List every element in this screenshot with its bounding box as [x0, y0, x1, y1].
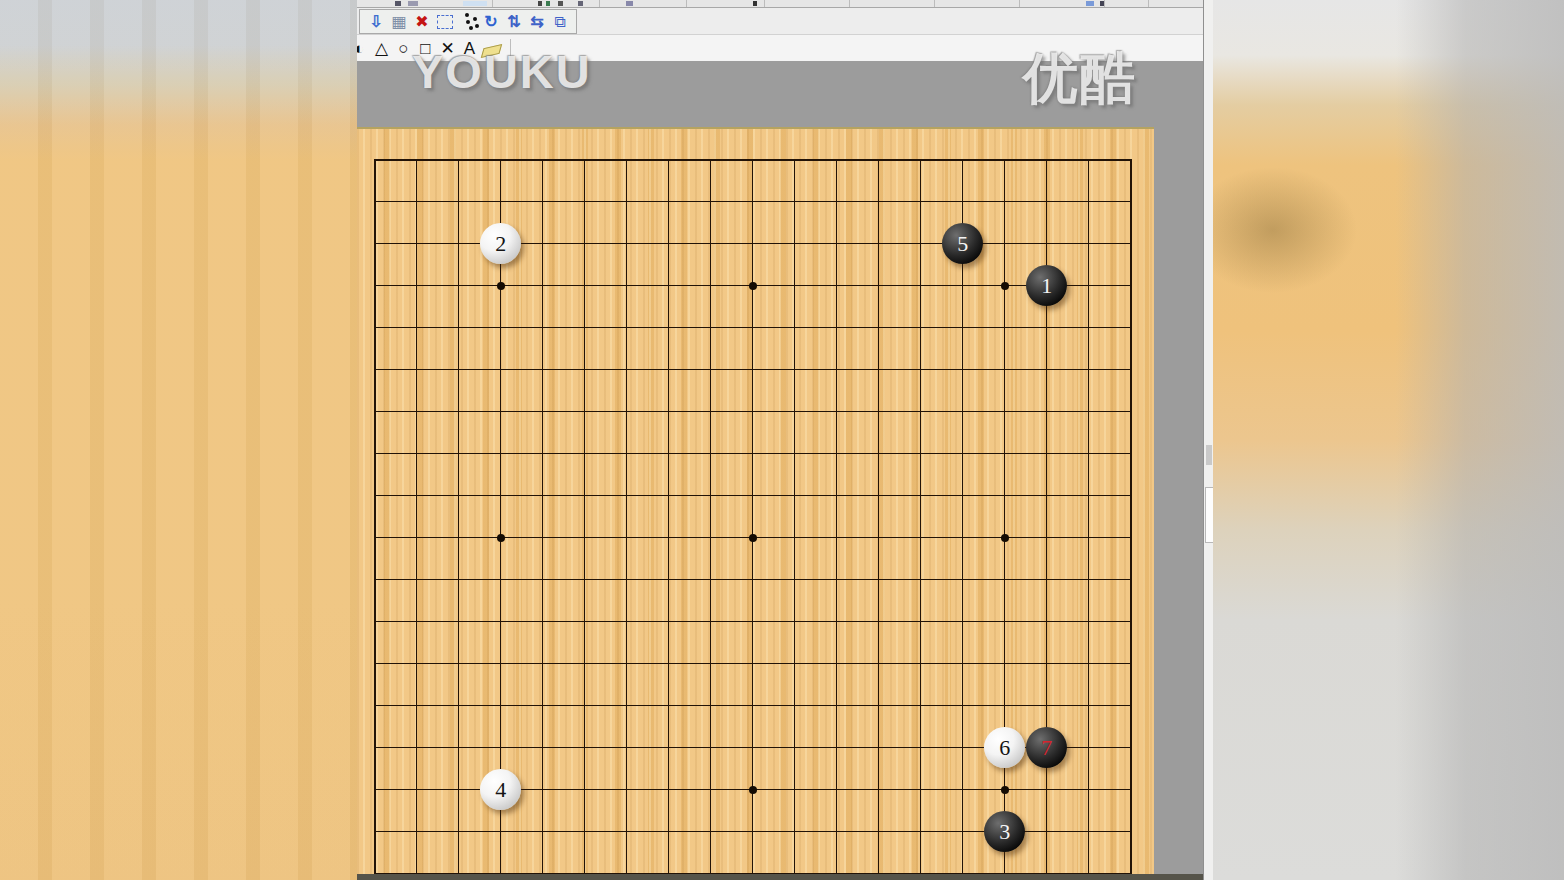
black-stone-move-3[interactable]: 3	[984, 811, 1025, 852]
grid-line-horizontal	[374, 579, 1132, 581]
grid-line-vertical	[794, 159, 796, 880]
move-number: 2	[495, 231, 506, 257]
flip-vertical-icon[interactable]: ⇅	[505, 12, 524, 31]
grid-line-vertical	[374, 159, 376, 880]
menu-fragment	[753, 1, 757, 6]
move-number: 6	[999, 735, 1010, 761]
grid-line-horizontal	[374, 663, 1132, 665]
menu-separator	[599, 0, 600, 7]
menu-separator	[1104, 0, 1105, 7]
grid-line-vertical	[584, 159, 586, 880]
menu-fragment	[626, 1, 633, 6]
cascade-windows-icon[interactable]: ⧉	[551, 12, 570, 31]
stone-tool-icon[interactable]: ◐	[357, 39, 369, 58]
menu-separator	[934, 0, 935, 7]
menu-separator	[1148, 0, 1149, 7]
board-background: 1234567	[357, 61, 1203, 874]
bottom-shadow-strip	[357, 874, 1203, 880]
go-board[interactable]: 1234567	[357, 127, 1154, 880]
triangle-tool-icon[interactable]: △	[372, 39, 391, 58]
move-number: 7	[1041, 735, 1052, 761]
menu-fragment	[578, 1, 583, 6]
menu-fragment	[463, 1, 487, 6]
black-stone-move-5[interactable]: 5	[942, 223, 983, 264]
menu-fragment	[558, 1, 563, 6]
grid-line-vertical	[710, 159, 712, 880]
grid-line-vertical	[962, 159, 964, 880]
watermark-youku-cjk: 优酷	[1023, 42, 1137, 116]
move-number: 3	[999, 819, 1010, 845]
menu-fragment	[395, 1, 401, 6]
white-stone-move-2[interactable]: 2	[480, 223, 521, 264]
circle-tool-icon[interactable]: ○	[394, 39, 413, 58]
star-point	[749, 534, 757, 542]
menu-separator	[764, 0, 765, 7]
move-number: 4	[495, 777, 506, 803]
blurred-background-right	[1213, 0, 1564, 880]
game-record-icon[interactable]: ▦	[390, 12, 409, 31]
blurred-background-left	[0, 0, 357, 880]
white-stone-move-4[interactable]: 4	[480, 769, 521, 810]
menu-separator	[1019, 0, 1020, 7]
menu-fragment	[1086, 1, 1094, 6]
window-right-edge	[1203, 0, 1213, 880]
scatter-stones-icon[interactable]	[459, 12, 478, 31]
move-number: 1	[1041, 273, 1052, 299]
black-stone-move-7[interactable]: 7	[1026, 727, 1067, 768]
scrollbar-mark	[1206, 445, 1212, 465]
move-number: 5	[957, 231, 968, 257]
menu-separator	[492, 0, 493, 7]
main-toolbar-group: ⇩▦✖↻⇅⇆⧉	[359, 9, 577, 34]
white-stone-move-6[interactable]: 6	[984, 727, 1025, 768]
grid-line-vertical	[920, 159, 922, 880]
menu-fragment	[538, 1, 542, 6]
star-point	[497, 534, 505, 542]
navigate-down-icon[interactable]: ⇩	[367, 12, 386, 31]
menu-fragment	[408, 1, 418, 6]
rotate-icon[interactable]: ↻	[482, 12, 501, 31]
clipped-menu-strip	[357, 0, 1203, 8]
grid-line-vertical	[416, 159, 418, 880]
grid-line-vertical	[542, 159, 544, 880]
select-region-icon[interactable]	[436, 12, 455, 31]
star-point	[1001, 786, 1009, 794]
grid-line-vertical	[878, 159, 880, 880]
black-stone-move-1[interactable]: 1	[1026, 265, 1067, 306]
star-point	[497, 282, 505, 290]
menu-separator	[686, 0, 687, 7]
grid-line-vertical	[1004, 159, 1006, 880]
grid-line-vertical	[836, 159, 838, 880]
main-toolbar: ⇩▦✖↻⇅⇆⧉	[357, 8, 1203, 34]
menu-fragment	[546, 1, 550, 6]
grid-line-horizontal	[374, 621, 1132, 623]
grid-line-vertical	[1088, 159, 1090, 880]
delete-icon[interactable]: ✖	[413, 12, 432, 31]
swap-horizontal-icon[interactable]: ⇆	[528, 12, 547, 31]
go-application-window: ⇩▦✖↻⇅⇆⧉ ◐△○□✕A 1234567 YOUKU 优酷	[357, 0, 1213, 880]
grid-line-horizontal	[374, 705, 1132, 707]
star-point	[1001, 282, 1009, 290]
grid-line-vertical	[668, 159, 670, 880]
grid-line-vertical	[1130, 159, 1132, 880]
grid-line-vertical	[626, 159, 628, 880]
scatter-stones-icon	[466, 20, 470, 24]
star-point	[749, 786, 757, 794]
watermark-youku-latin: YOUKU	[412, 44, 592, 99]
star-point	[1001, 534, 1009, 542]
select-region-icon	[437, 15, 453, 29]
grid-line-vertical	[752, 159, 754, 880]
scrollbar-thumb[interactable]	[1205, 487, 1213, 543]
star-point	[749, 282, 757, 290]
menu-separator	[849, 0, 850, 7]
grid-line-vertical	[458, 159, 460, 880]
